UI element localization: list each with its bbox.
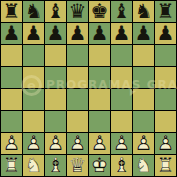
square-a6[interactable] [1,45,22,66]
board-grid: ♜♞♝♛♚♝♞♜♟♟♟♟♟♟♟♟♟♙♟♙♟♙♟♙♟♙♟♙♟♙♟♙♜♖♞♘♝♗♛♕… [1,1,176,176]
square-a1[interactable]: ♜♖ [1,155,22,176]
square-c2[interactable]: ♟♙ [45,133,66,154]
piece-black-pawn[interactable]: ♟ [133,23,154,44]
square-f5[interactable] [111,67,132,88]
square-h1[interactable]: ♜♖ [155,155,176,176]
piece-white-pawn[interactable]: ♟♙ [67,133,88,154]
piece-black-pawn[interactable]: ♟ [89,23,110,44]
square-e2[interactable]: ♟♙ [89,133,110,154]
piece-black-rook[interactable]: ♜ [155,1,176,22]
white-piece-outline: ♙ [155,133,176,154]
piece-white-pawn[interactable]: ♟♙ [155,133,176,154]
square-f6[interactable] [111,45,132,66]
piece-black-pawn[interactable]: ♟ [67,23,88,44]
square-h7[interactable]: ♟ [155,23,176,44]
square-c3[interactable] [45,111,66,132]
square-b3[interactable] [23,111,44,132]
square-f7[interactable]: ♟ [111,23,132,44]
white-piece-outline: ♙ [111,133,132,154]
piece-black-bishop[interactable]: ♝ [111,1,132,22]
square-h6[interactable] [155,45,176,66]
piece-black-king[interactable]: ♚ [89,1,110,22]
square-b8[interactable]: ♞ [23,1,44,22]
square-b6[interactable] [23,45,44,66]
square-g3[interactable] [133,111,154,132]
square-a5[interactable] [1,67,22,88]
square-g6[interactable] [133,45,154,66]
piece-black-bishop[interactable]: ♝ [45,1,66,22]
piece-black-pawn[interactable]: ♟ [155,23,176,44]
square-h8[interactable]: ♜ [155,1,176,22]
square-e6[interactable] [89,45,110,66]
piece-white-knight[interactable]: ♞♘ [23,155,44,176]
piece-black-queen[interactable]: ♛ [67,1,88,22]
piece-black-pawn[interactable]: ♟ [23,23,44,44]
square-e4[interactable] [89,89,110,110]
square-e1[interactable]: ♚♔ [89,155,110,176]
white-piece-outline: ♕ [67,155,88,176]
square-f8[interactable]: ♝ [111,1,132,22]
square-b7[interactable]: ♟ [23,23,44,44]
square-a4[interactable] [1,89,22,110]
white-piece-outline: ♖ [155,155,176,176]
square-c4[interactable] [45,89,66,110]
piece-white-queen[interactable]: ♛♕ [67,155,88,176]
piece-white-pawn[interactable]: ♟♙ [23,133,44,154]
square-a8[interactable]: ♜ [1,1,22,22]
piece-white-knight[interactable]: ♞♘ [133,155,154,176]
square-d2[interactable]: ♟♙ [67,133,88,154]
square-c1[interactable]: ♝♗ [45,155,66,176]
square-c6[interactable] [45,45,66,66]
chess-board: ♜♞♝♛♚♝♞♜♟♟♟♟♟♟♟♟♟♙♟♙♟♙♟♙♟♙♟♙♟♙♟♙♜♖♞♘♝♗♛♕… [0,0,177,177]
square-d4[interactable] [67,89,88,110]
piece-black-rook[interactable]: ♜ [1,1,22,22]
square-f1[interactable]: ♝♗ [111,155,132,176]
piece-white-pawn[interactable]: ♟♙ [1,133,22,154]
piece-black-pawn[interactable]: ♟ [45,23,66,44]
square-h3[interactable] [155,111,176,132]
white-piece-outline: ♗ [45,155,66,176]
square-c8[interactable]: ♝ [45,1,66,22]
square-e5[interactable] [89,67,110,88]
white-piece-outline: ♗ [111,155,132,176]
white-piece-outline: ♘ [133,155,154,176]
square-g8[interactable]: ♞ [133,1,154,22]
piece-white-pawn[interactable]: ♟♙ [89,133,110,154]
white-piece-outline: ♙ [133,133,154,154]
white-piece-outline: ♙ [45,133,66,154]
white-piece-outline: ♖ [1,155,22,176]
piece-black-knight[interactable]: ♞ [23,1,44,22]
square-g7[interactable]: ♟ [133,23,154,44]
square-d1[interactable]: ♛♕ [67,155,88,176]
square-e3[interactable] [89,111,110,132]
white-piece-outline: ♔ [89,155,110,176]
square-g5[interactable] [133,67,154,88]
square-b5[interactable] [23,67,44,88]
square-d7[interactable]: ♟ [67,23,88,44]
square-h2[interactable]: ♟♙ [155,133,176,154]
square-h5[interactable] [155,67,176,88]
piece-white-pawn[interactable]: ♟♙ [111,133,132,154]
piece-white-pawn[interactable]: ♟♙ [133,133,154,154]
square-a2[interactable]: ♟♙ [1,133,22,154]
square-f3[interactable] [111,111,132,132]
piece-black-pawn[interactable]: ♟ [111,23,132,44]
white-piece-outline: ♙ [1,133,22,154]
square-c5[interactable] [45,67,66,88]
piece-black-pawn[interactable]: ♟ [1,23,22,44]
square-b2[interactable]: ♟♙ [23,133,44,154]
square-f2[interactable]: ♟♙ [111,133,132,154]
square-b1[interactable]: ♞♘ [23,155,44,176]
piece-white-bishop[interactable]: ♝♗ [111,155,132,176]
white-piece-outline: ♙ [67,133,88,154]
square-g4[interactable] [133,89,154,110]
square-a3[interactable] [1,111,22,132]
square-d3[interactable] [67,111,88,132]
square-e8[interactable]: ♚ [89,1,110,22]
piece-black-knight[interactable]: ♞ [133,1,154,22]
square-d8[interactable]: ♛ [67,1,88,22]
square-b4[interactable] [23,89,44,110]
square-g2[interactable]: ♟♙ [133,133,154,154]
piece-white-rook[interactable]: ♜♖ [155,155,176,176]
square-c7[interactable]: ♟ [45,23,66,44]
white-piece-outline: ♙ [23,133,44,154]
piece-white-rook[interactable]: ♜♖ [1,155,22,176]
square-d6[interactable] [67,45,88,66]
piece-white-bishop[interactable]: ♝♗ [45,155,66,176]
square-e7[interactable]: ♟ [89,23,110,44]
square-d5[interactable] [67,67,88,88]
square-a7[interactable]: ♟ [1,23,22,44]
white-piece-outline: ♘ [23,155,44,176]
square-h4[interactable] [155,89,176,110]
piece-white-pawn[interactable]: ♟♙ [45,133,66,154]
white-piece-outline: ♙ [89,133,110,154]
square-g1[interactable]: ♞♘ [133,155,154,176]
square-f4[interactable] [111,89,132,110]
piece-white-king[interactable]: ♚♔ [89,155,110,176]
